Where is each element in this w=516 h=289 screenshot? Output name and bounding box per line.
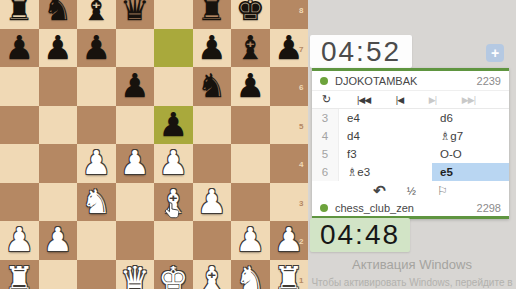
- board-grid: ♜♞♝♛♜♚♟♟♟♟♝♟♟♞♟♟♟♟♟♞♝♟♟♟♟♟♜♛♚♝♞♜: [0, 0, 308, 289]
- rank-label-5: 5: [299, 122, 307, 131]
- square-f6[interactable]: ♞: [193, 67, 232, 106]
- white-queen: ♛: [120, 260, 150, 289]
- square-e5[interactable]: ♟: [154, 106, 193, 145]
- square-d3[interactable]: [116, 183, 155, 222]
- chess-board: ♜♞♝♛♜♚♟♟♟♟♝♟♟♞♟♟♟♟♟♞♝♟♟♟♟♟♜♛♚♝♞♜ 8765432…: [0, 0, 308, 289]
- square-g8[interactable]: ♚: [231, 0, 270, 29]
- opponent-name[interactable]: DJOKOTAMBAK: [335, 75, 417, 87]
- black-knight: ♞: [43, 0, 73, 29]
- mouse-cursor-hand-icon: [163, 201, 182, 224]
- player-row: chess_club_zen 2298: [312, 199, 509, 216]
- move-number: 6: [312, 163, 339, 181]
- square-f5[interactable]: [193, 106, 232, 145]
- rank-label-7: 7: [299, 45, 307, 54]
- square-a4[interactable]: [0, 144, 39, 183]
- game-actions-bar: ↶ ½ ⚐: [312, 181, 509, 199]
- square-b2[interactable]: ♟: [39, 221, 78, 260]
- square-g3[interactable]: [231, 183, 270, 222]
- square-d7[interactable]: [116, 29, 155, 68]
- side-panel: 04:52 + DJOKOTAMBAK 2239 ↻ |◀◀ |◀ ▶| ▶▶|…: [308, 0, 516, 289]
- square-g6[interactable]: ♟: [231, 67, 270, 106]
- white-move[interactable]: e4: [339, 109, 432, 127]
- online-dot-icon: [320, 77, 328, 85]
- white-move[interactable]: d4: [339, 127, 432, 145]
- white-move[interactable]: ♗e3: [339, 163, 432, 181]
- black-move[interactable]: O-O: [432, 145, 509, 163]
- white-rook: ♜: [4, 260, 34, 289]
- move-number: 4: [312, 127, 339, 145]
- white-king: ♚: [158, 260, 188, 289]
- rank-label-3: 3: [299, 199, 307, 208]
- square-d1[interactable]: ♛: [116, 260, 155, 289]
- square-c6[interactable]: [77, 67, 116, 106]
- square-c8[interactable]: ♝: [77, 0, 116, 29]
- first-move-icon[interactable]: |◀◀: [357, 95, 370, 105]
- square-a3[interactable]: [0, 183, 39, 222]
- black-move-selected[interactable]: e5: [432, 163, 509, 181]
- rank-label-6: 6: [299, 83, 307, 92]
- square-h1[interactable]: ♜: [270, 260, 309, 289]
- black-pawn: ♟: [120, 67, 150, 106]
- square-a5[interactable]: [0, 106, 39, 145]
- rank-label-8: 8: [299, 6, 307, 15]
- move-number: 5: [312, 145, 339, 163]
- opponent-clock: 04:52: [310, 35, 412, 68]
- move-list: 3 e4 d6 4 d4 ♗g7 5 f3 O-O 6 ♗e3 e5: [312, 109, 509, 181]
- square-e2[interactable]: [154, 221, 193, 260]
- chess-game-screen: ♜♞♝♛♜♚♟♟♟♟♝♟♟♞♟♟♟♟♟♞♝♟♟♟♟♟♜♛♚♝♞♜ 8765432…: [0, 0, 516, 289]
- prev-move-icon[interactable]: |◀: [396, 95, 403, 105]
- black-rook: ♜: [197, 0, 227, 29]
- square-d8[interactable]: ♛: [116, 0, 155, 29]
- white-knight: ♞: [81, 183, 111, 222]
- move-number: 3: [312, 109, 339, 127]
- move-row: 3 e4 d6: [312, 109, 509, 127]
- square-f7[interactable]: ♟: [193, 29, 232, 68]
- white-knight: ♞: [235, 260, 265, 289]
- black-king: ♚: [235, 0, 265, 29]
- square-f4[interactable]: [193, 144, 232, 183]
- game-card: DJOKOTAMBAK 2239 ↻ |◀◀ |◀ ▶| ▶▶| 3 e4 d6…: [312, 68, 509, 219]
- square-f1[interactable]: ♝: [193, 260, 232, 289]
- player-clock-active: 04:48: [310, 218, 410, 252]
- square-b8[interactable]: ♞: [39, 0, 78, 29]
- black-pawn: ♟: [158, 106, 188, 145]
- move-nav-bar: ↻ |◀◀ |◀ ▶| ▶▶|: [312, 91, 509, 109]
- square-b4[interactable]: [39, 144, 78, 183]
- windows-activation-watermark-subtext: Чтобы активировать Windows, перейдите в …: [308, 277, 516, 289]
- rank-label-1: 1: [299, 276, 307, 285]
- square-f3[interactable]: ♟: [193, 183, 232, 222]
- white-pawn: ♟: [197, 183, 227, 222]
- square-g7[interactable]: ♝: [231, 29, 270, 68]
- offer-draw-icon[interactable]: ½: [407, 185, 416, 197]
- white-pawn: ♟: [4, 221, 34, 260]
- white-pawn: ♟: [120, 144, 150, 183]
- move-row: 5 f3 O-O: [312, 145, 509, 163]
- square-e4[interactable]: ♟: [154, 144, 193, 183]
- black-pawn: ♟: [81, 29, 111, 68]
- square-c3[interactable]: ♞: [77, 183, 116, 222]
- square-b3[interactable]: [39, 183, 78, 222]
- black-pawn: ♟: [197, 29, 227, 68]
- white-pawn: ♟: [235, 221, 265, 260]
- player-name[interactable]: chess_club_zen: [335, 202, 414, 214]
- white-rook: ♜: [274, 260, 304, 289]
- white-move[interactable]: f3: [339, 145, 432, 163]
- square-a6[interactable]: [0, 67, 39, 106]
- square-b6[interactable]: [39, 67, 78, 106]
- rank-label-2: 2: [299, 237, 307, 246]
- black-rook: ♜: [4, 0, 34, 29]
- black-move[interactable]: d6: [432, 109, 509, 127]
- white-pawn: ♟: [81, 144, 111, 183]
- square-b5[interactable]: [39, 106, 78, 145]
- square-d5[interactable]: [116, 106, 155, 145]
- takeback-icon[interactable]: ↶: [373, 182, 386, 200]
- square-b1[interactable]: [39, 260, 78, 289]
- square-c2[interactable]: [77, 221, 116, 260]
- square-d2[interactable]: [116, 221, 155, 260]
- black-knight: ♞: [197, 67, 227, 106]
- square-e1[interactable]: ♚: [154, 260, 193, 289]
- square-g2[interactable]: ♟: [231, 221, 270, 260]
- move-row: 6 ♗e3 e5: [312, 163, 509, 181]
- online-dot-icon: [320, 204, 328, 212]
- black-move[interactable]: ♗g7: [432, 127, 509, 145]
- windows-activation-watermark: Активация Windows: [308, 257, 516, 272]
- white-bishop: ♝: [197, 260, 227, 289]
- give-time-button[interactable]: +: [486, 44, 504, 62]
- square-a7[interactable]: ♟: [0, 29, 39, 68]
- square-g5[interactable]: [231, 106, 270, 145]
- square-e7[interactable]: [154, 29, 193, 68]
- square-c5[interactable]: [77, 106, 116, 145]
- square-c7[interactable]: ♟: [77, 29, 116, 68]
- black-queen: ♛: [120, 0, 150, 29]
- move-row: 4 d4 ♗g7: [312, 127, 509, 145]
- black-pawn: ♟: [43, 29, 73, 68]
- square-f2[interactable]: [193, 221, 232, 260]
- square-e8[interactable]: [154, 0, 193, 29]
- white-pawn: ♟: [43, 221, 73, 260]
- square-d6[interactable]: ♟: [116, 67, 155, 106]
- rank-label-4: 4: [299, 160, 307, 169]
- black-bishop: ♝: [81, 0, 111, 29]
- square-g1[interactable]: ♞: [231, 260, 270, 289]
- player-rating: 2298: [477, 202, 501, 214]
- square-a2[interactable]: ♟: [0, 221, 39, 260]
- opponent-rating: 2239: [477, 75, 501, 87]
- square-d4[interactable]: ♟: [116, 144, 155, 183]
- black-bishop: ♝: [235, 29, 265, 68]
- square-e6[interactable]: [154, 67, 193, 106]
- last-move-icon[interactable]: ▶▶|: [462, 95, 475, 105]
- square-a8[interactable]: ♜: [0, 0, 39, 29]
- square-g4[interactable]: [231, 144, 270, 183]
- square-b7[interactable]: ♟: [39, 29, 78, 68]
- resign-flag-icon[interactable]: ⚐: [437, 184, 448, 198]
- flip-board-icon[interactable]: ↻: [322, 93, 331, 106]
- square-a1[interactable]: ♜: [0, 260, 39, 289]
- square-f8[interactable]: ♜: [193, 0, 232, 29]
- black-pawn: ♟: [4, 29, 34, 68]
- black-pawn: ♟: [235, 67, 265, 106]
- square-c1[interactable]: [77, 260, 116, 289]
- next-move-icon[interactable]: ▶|: [429, 95, 436, 105]
- opponent-row: DJOKOTAMBAK 2239: [312, 71, 509, 91]
- white-pawn: ♟: [158, 144, 188, 183]
- square-c4[interactable]: ♟: [77, 144, 116, 183]
